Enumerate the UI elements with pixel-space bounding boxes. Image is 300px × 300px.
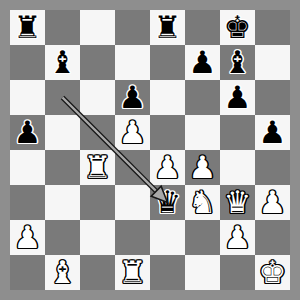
square-h7[interactable] bbox=[255, 45, 290, 80]
square-h8[interactable] bbox=[255, 10, 290, 45]
square-e2[interactable] bbox=[150, 220, 185, 255]
piece-black-queen-e3[interactable]: ♛ bbox=[154, 185, 182, 220]
square-c4[interactable]: ♜ bbox=[80, 150, 115, 185]
square-g3[interactable]: ♛ bbox=[220, 185, 255, 220]
square-a6[interactable] bbox=[10, 80, 45, 115]
square-b2[interactable] bbox=[45, 220, 80, 255]
square-a2[interactable]: ♟ bbox=[10, 220, 45, 255]
square-f1[interactable] bbox=[185, 255, 220, 290]
square-b5[interactable] bbox=[45, 115, 80, 150]
piece-black-bishop-b7[interactable]: ♝ bbox=[49, 45, 77, 80]
square-f2[interactable] bbox=[185, 220, 220, 255]
square-f5[interactable] bbox=[185, 115, 220, 150]
piece-white-bishop-b1[interactable]: ♝ bbox=[49, 255, 77, 290]
square-b3[interactable] bbox=[45, 185, 80, 220]
square-f6[interactable] bbox=[185, 80, 220, 115]
square-a3[interactable] bbox=[10, 185, 45, 220]
square-d5[interactable]: ♟ bbox=[115, 115, 150, 150]
square-b8[interactable] bbox=[45, 10, 80, 45]
piece-white-rook-c4[interactable]: ♜ bbox=[84, 150, 112, 185]
piece-black-pawn-g6[interactable]: ♟ bbox=[224, 80, 252, 115]
square-a7[interactable] bbox=[10, 45, 45, 80]
square-g4[interactable] bbox=[220, 150, 255, 185]
piece-white-pawn-g2[interactable]: ♟ bbox=[224, 220, 252, 255]
square-c1[interactable] bbox=[80, 255, 115, 290]
square-f8[interactable] bbox=[185, 10, 220, 45]
square-f4[interactable]: ♟ bbox=[185, 150, 220, 185]
square-b4[interactable] bbox=[45, 150, 80, 185]
piece-white-pawn-e4[interactable]: ♟ bbox=[154, 150, 182, 185]
square-h3[interactable]: ♟ bbox=[255, 185, 290, 220]
piece-black-pawn-f7[interactable]: ♟ bbox=[189, 45, 217, 80]
square-e3[interactable]: ♛ bbox=[150, 185, 185, 220]
piece-white-rook-d1[interactable]: ♜ bbox=[119, 255, 147, 290]
square-a1[interactable] bbox=[10, 255, 45, 290]
piece-black-king-g8[interactable]: ♚ bbox=[224, 10, 252, 45]
square-g8[interactable]: ♚ bbox=[220, 10, 255, 45]
square-f7[interactable]: ♟ bbox=[185, 45, 220, 80]
square-d6[interactable]: ♟ bbox=[115, 80, 150, 115]
square-h4[interactable] bbox=[255, 150, 290, 185]
square-a4[interactable] bbox=[10, 150, 45, 185]
piece-white-queen-g3[interactable]: ♛ bbox=[224, 185, 252, 220]
square-d4[interactable] bbox=[115, 150, 150, 185]
square-c2[interactable] bbox=[80, 220, 115, 255]
square-e6[interactable] bbox=[150, 80, 185, 115]
square-e8[interactable]: ♜ bbox=[150, 10, 185, 45]
square-b6[interactable] bbox=[45, 80, 80, 115]
piece-black-bishop-g7[interactable]: ♝ bbox=[224, 45, 252, 80]
square-a8[interactable]: ♜ bbox=[10, 10, 45, 45]
square-d8[interactable] bbox=[115, 10, 150, 45]
piece-white-pawn-d5[interactable]: ♟ bbox=[119, 115, 147, 150]
square-c6[interactable] bbox=[80, 80, 115, 115]
piece-white-pawn-a2[interactable]: ♟ bbox=[14, 220, 42, 255]
square-f3[interactable]: ♞ bbox=[185, 185, 220, 220]
square-a5[interactable]: ♟ bbox=[10, 115, 45, 150]
piece-black-rook-a8[interactable]: ♜ bbox=[14, 10, 42, 45]
square-d1[interactable]: ♜ bbox=[115, 255, 150, 290]
piece-white-pawn-h3[interactable]: ♟ bbox=[259, 185, 287, 220]
square-h2[interactable] bbox=[255, 220, 290, 255]
square-c5[interactable] bbox=[80, 115, 115, 150]
square-g5[interactable] bbox=[220, 115, 255, 150]
square-b7[interactable]: ♝ bbox=[45, 45, 80, 80]
square-g6[interactable]: ♟ bbox=[220, 80, 255, 115]
square-g1[interactable] bbox=[220, 255, 255, 290]
square-b1[interactable]: ♝ bbox=[45, 255, 80, 290]
square-e4[interactable]: ♟ bbox=[150, 150, 185, 185]
piece-black-rook-e8[interactable]: ♜ bbox=[154, 10, 182, 45]
square-e1[interactable] bbox=[150, 255, 185, 290]
piece-white-knight-f3[interactable]: ♞ bbox=[189, 185, 217, 220]
piece-black-pawn-h5[interactable]: ♟ bbox=[259, 115, 287, 150]
square-d2[interactable] bbox=[115, 220, 150, 255]
square-d7[interactable] bbox=[115, 45, 150, 80]
diagram-frame: ♜♜♚♝♟♝♟♟♟♟♟♜♟♟♛♞♛♟♟♟♝♜♚ bbox=[0, 0, 300, 300]
piece-white-pawn-f4[interactable]: ♟ bbox=[189, 150, 217, 185]
square-c8[interactable] bbox=[80, 10, 115, 45]
square-h5[interactable]: ♟ bbox=[255, 115, 290, 150]
piece-white-king-h1[interactable]: ♚ bbox=[259, 255, 287, 290]
square-e7[interactable] bbox=[150, 45, 185, 80]
square-c3[interactable] bbox=[80, 185, 115, 220]
square-h6[interactable] bbox=[255, 80, 290, 115]
square-g7[interactable]: ♝ bbox=[220, 45, 255, 80]
chess-board: ♜♜♚♝♟♝♟♟♟♟♟♜♟♟♛♞♛♟♟♟♝♜♚ bbox=[10, 10, 290, 290]
square-e5[interactable] bbox=[150, 115, 185, 150]
piece-black-pawn-a5[interactable]: ♟ bbox=[14, 115, 42, 150]
piece-black-pawn-d6[interactable]: ♟ bbox=[119, 80, 147, 115]
square-d3[interactable] bbox=[115, 185, 150, 220]
square-h1[interactable]: ♚ bbox=[255, 255, 290, 290]
square-c7[interactable] bbox=[80, 45, 115, 80]
square-g2[interactable]: ♟ bbox=[220, 220, 255, 255]
